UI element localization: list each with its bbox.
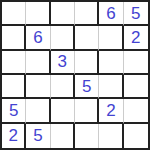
cell-r3c6[interactable] xyxy=(124,51,148,75)
cell-r1c1[interactable] xyxy=(2,2,26,26)
cell-r3c1[interactable] xyxy=(2,51,26,75)
cell-r1c2[interactable] xyxy=(26,2,50,26)
cell-r5c3[interactable] xyxy=(51,99,75,123)
cell-r2c1[interactable] xyxy=(2,26,26,50)
cell-r6c4[interactable] xyxy=(75,124,99,148)
cell-r5c2[interactable] xyxy=(26,99,50,123)
cell-r3c4[interactable] xyxy=(75,51,99,75)
cell-r4c4: 5 xyxy=(75,75,99,99)
cell-r4c3[interactable] xyxy=(51,75,75,99)
cell-r3c5[interactable] xyxy=(99,51,123,75)
cell-r5c1: 5 xyxy=(2,99,26,123)
cell-r1c6: 5 xyxy=(124,2,148,26)
cell-r2c5[interactable] xyxy=(99,26,123,50)
cell-r6c1: 2 xyxy=(2,124,26,148)
cell-r3c2[interactable] xyxy=(26,51,50,75)
cell-r2c3[interactable] xyxy=(51,26,75,50)
cell-r5c4[interactable] xyxy=(75,99,99,123)
cell-r3c3: 3 xyxy=(51,51,75,75)
cell-r2c6: 2 xyxy=(124,26,148,50)
cell-r5c6[interactable] xyxy=(124,99,148,123)
cell-r5c5: 2 xyxy=(99,99,123,123)
cell-r4c1[interactable] xyxy=(2,75,26,99)
cell-r1c5: 6 xyxy=(99,2,123,26)
cell-r4c6[interactable] xyxy=(124,75,148,99)
cell-r2c4[interactable] xyxy=(75,26,99,50)
cell-r4c5[interactable] xyxy=(99,75,123,99)
cell-r6c2: 5 xyxy=(26,124,50,148)
cell-r1c4[interactable] xyxy=(75,2,99,26)
cell-r4c2[interactable] xyxy=(26,75,50,99)
cell-r1c3[interactable] xyxy=(51,2,75,26)
cell-r2c2: 6 xyxy=(26,26,50,50)
cell-r6c3[interactable] xyxy=(51,124,75,148)
cell-r6c6[interactable] xyxy=(124,124,148,148)
sudoku-board: 6562355225 xyxy=(0,0,150,150)
cell-r6c5[interactable] xyxy=(99,124,123,148)
